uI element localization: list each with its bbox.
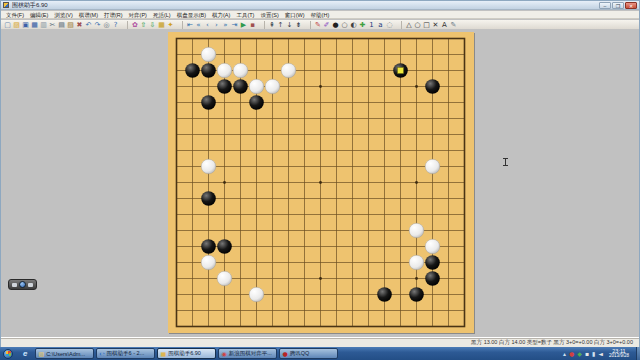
tray-security-icon[interactable]: ● [569,349,574,358]
menu-item-tsumego[interactable]: 死活(L) [150,11,174,19]
system-tray: ▴●◆▪▮◄ 23:11 2013/9/28 [563,349,636,359]
menu-item-edit[interactable]: 编辑(E) [27,11,51,19]
tray-volume-icon[interactable]: ◄ [598,349,603,358]
score-status-text: 黑方 13.00 白方 14.00 类型=数子 黑方 3+0=+0.00 白方 … [471,339,633,346]
black-stone [249,95,264,110]
taskbar-button-label: 新浪围棋对弈平... [229,350,272,357]
menu-item-view[interactable]: 浏览(V) [51,11,75,19]
taskbar-button-explorer[interactable]: ▨ C:\Users\Adm... [35,348,94,359]
menu-item-boardview[interactable]: 棋盘显示(B) [174,11,209,19]
white-stone [249,79,264,94]
white-stone [201,255,216,270]
taskbar-button-label: 腾讯QQ [290,350,310,357]
taskbar-button-icon: ● [282,349,287,358]
star-point [319,181,322,184]
white-stone [409,223,424,238]
taskbar-button-icon: ▨ [38,349,44,358]
star-point [223,181,226,184]
black-stone [201,191,216,206]
mini-controller-button2-icon[interactable] [28,283,33,287]
tray-network-icon[interactable]: ▴ [563,349,566,358]
weiqi-assistant-window: 围棋助手6.90 – ❐ ✕ 文件(F)编辑(E)浏览(V)棋谱(M)打谱(R)… [0,0,640,347]
white-stone [409,255,424,270]
maximize-button[interactable]: ❐ [612,2,624,9]
close-button[interactable]: ✕ [625,2,637,9]
ie-quicklaunch-icon[interactable]: e [23,348,27,359]
taskbar-button-sina-weiqi[interactable]: ◉ 新浪围棋对弈平... [218,348,277,359]
menu-item-settings[interactable]: 设置(S) [257,11,281,19]
black-stone [201,239,216,254]
minimize-button[interactable]: – [599,2,611,9]
status-bar: 黑方 13.00 白方 14.00 类型=数子 黑方 3+0=+0.00 白方 … [1,337,639,347]
floating-mini-controller[interactable] [8,279,37,290]
taskbar-button-label: 围棋助手6 - 2... [107,350,145,357]
screen: 围棋助手6.90 – ❐ ✕ 文件(F)编辑(E)浏览(V)棋谱(M)打谱(R)… [0,0,640,360]
taskbar: e ▨ C:\Users\Adm... ℮ 围棋助手6 - 2... ▦ 围棋助… [0,347,640,360]
clock-date: 2013/9/28 [609,354,629,359]
windows-logo-icon [6,351,11,356]
menu-item-play[interactable]: 对弈(P) [126,11,150,19]
taskbar-button-icon: ▦ [160,349,166,358]
window-title: 围棋助手6.90 [12,1,48,9]
black-stone [377,287,392,302]
menu-item-tools[interactable]: 工具(T) [233,11,257,19]
black-stone [217,239,232,254]
app-icon [3,2,9,8]
white-stone [425,239,440,254]
start-button[interactable] [3,349,13,359]
white-stone [425,159,440,174]
show-desktop-button[interactable] [636,347,640,360]
taskbar-button-label: 围棋助手6.90 [168,350,201,357]
menu-item-replay[interactable]: 打谱(R) [101,11,126,19]
star-point [319,277,322,280]
white-stone [201,47,216,62]
black-stone [425,271,440,286]
taskbar-button-qq[interactable]: ● 腾讯QQ [279,348,338,359]
title-bar[interactable]: 围棋助手6.90 – ❐ ✕ [1,1,639,10]
tray-input-icon[interactable]: ▪ [585,349,589,358]
work-area [1,29,639,337]
menu-item-strength[interactable]: 棋力(A) [209,11,233,19]
tray-update-icon[interactable]: ◆ [577,349,582,358]
go-board[interactable] [168,32,474,333]
black-stone [425,79,440,94]
menu-bar: 文件(F)编辑(E)浏览(V)棋谱(M)打谱(R)对弈(P)死活(L)棋盘显示(… [1,11,639,19]
last-move-marker [398,68,404,74]
menu-item-kifu[interactable]: 棋谱(M) [76,11,101,19]
white-stone [233,63,248,78]
mini-controller-orb-icon[interactable] [19,281,26,288]
white-stone [217,271,232,286]
taskbar-button-label: C:\Users\Adm... [46,351,85,357]
tray-battery-icon[interactable]: ▮ [592,349,595,358]
taskbar-button-icon: ℮ [99,349,104,358]
black-stone [185,63,200,78]
menu-item-help[interactable]: 帮助(H) [308,11,333,19]
white-stone [281,63,296,78]
black-stone [425,255,440,270]
black-stone [217,79,232,94]
text-cursor [503,158,508,166]
taskbar-button-ie[interactable]: ℮ 围棋助手6 - 2... [96,348,155,359]
star-point [415,85,418,88]
star-point [415,181,418,184]
taskbar-button-icon: ◉ [221,349,226,358]
white-stone [249,287,264,302]
taskbar-clock[interactable]: 23:11 2013/9/28 [609,349,629,359]
star-point [319,85,322,88]
white-stone [265,79,280,94]
mini-controller-button-icon[interactable] [12,283,17,287]
star-point [415,277,418,280]
black-stone [233,79,248,94]
taskbar-button-weiqi-assistant[interactable]: ▦ 围棋助手6.90 [157,348,216,359]
white-stone [217,63,232,78]
menu-item-window[interactable]: 窗口(W) [282,11,308,19]
black-stone [201,63,216,78]
black-stone [409,287,424,302]
white-stone [201,159,216,174]
black-stone [201,95,216,110]
menu-item-file[interactable]: 文件(F) [3,11,27,19]
